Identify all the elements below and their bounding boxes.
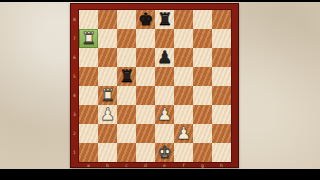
square-h2[interactable] bbox=[212, 124, 231, 143]
square-e7[interactable] bbox=[155, 29, 174, 48]
square-f6[interactable] bbox=[174, 48, 193, 67]
rank-label-2: 2 bbox=[71, 124, 78, 143]
square-b8[interactable] bbox=[98, 10, 117, 29]
square-f8[interactable] bbox=[174, 10, 193, 29]
square-d8[interactable]: ♚ bbox=[136, 10, 155, 29]
square-b7[interactable] bbox=[98, 29, 117, 48]
square-c1[interactable] bbox=[117, 143, 136, 162]
file-label-g: g bbox=[193, 162, 212, 168]
file-label-b: b bbox=[98, 162, 117, 168]
square-h1[interactable] bbox=[212, 143, 231, 162]
square-g1[interactable] bbox=[193, 143, 212, 162]
square-g4[interactable] bbox=[193, 86, 212, 105]
square-a4[interactable] bbox=[79, 86, 98, 105]
white-rook-icon[interactable]: ♜ bbox=[81, 29, 96, 48]
square-c3[interactable] bbox=[117, 105, 136, 124]
square-d3[interactable] bbox=[136, 105, 155, 124]
video-frame: ♚♜♜♟♜♜♟♟♟♚ 87654321 abcdefgh bbox=[0, 0, 320, 180]
square-f3[interactable] bbox=[174, 105, 193, 124]
square-g6[interactable] bbox=[193, 48, 212, 67]
square-a2[interactable] bbox=[79, 124, 98, 143]
white-pawn-icon[interactable]: ♟ bbox=[176, 124, 191, 143]
square-f1[interactable] bbox=[174, 143, 193, 162]
file-label-c: c bbox=[117, 162, 136, 168]
square-c4[interactable] bbox=[117, 86, 136, 105]
square-c5[interactable]: ♜ bbox=[117, 67, 136, 86]
square-a7[interactable]: ♜ bbox=[79, 29, 98, 48]
rank-label-4: 4 bbox=[71, 86, 78, 105]
square-e6[interactable]: ♟ bbox=[155, 48, 174, 67]
white-king-icon[interactable]: ♚ bbox=[157, 143, 172, 162]
file-label-d: d bbox=[136, 162, 155, 168]
square-d6[interactable] bbox=[136, 48, 155, 67]
square-a1[interactable] bbox=[79, 143, 98, 162]
square-g8[interactable] bbox=[193, 10, 212, 29]
file-label-a: a bbox=[79, 162, 98, 168]
square-a5[interactable] bbox=[79, 67, 98, 86]
letterbox-bar-bottom bbox=[0, 169, 320, 180]
rank-label-5: 5 bbox=[71, 67, 78, 86]
square-g2[interactable] bbox=[193, 124, 212, 143]
square-b4[interactable]: ♜ bbox=[98, 86, 117, 105]
square-e4[interactable] bbox=[155, 86, 174, 105]
square-d5[interactable] bbox=[136, 67, 155, 86]
square-f7[interactable] bbox=[174, 29, 193, 48]
square-h6[interactable] bbox=[212, 48, 231, 67]
square-b6[interactable] bbox=[98, 48, 117, 67]
black-rook-icon[interactable]: ♜ bbox=[119, 67, 134, 86]
square-b1[interactable] bbox=[98, 143, 117, 162]
square-h5[interactable] bbox=[212, 67, 231, 86]
square-a6[interactable] bbox=[79, 48, 98, 67]
board-squares-grid: ♚♜♜♟♜♜♟♟♟♚ bbox=[79, 10, 231, 162]
black-pawn-icon[interactable]: ♟ bbox=[157, 48, 172, 67]
black-king-icon[interactable]: ♚ bbox=[138, 10, 153, 29]
square-c7[interactable] bbox=[117, 29, 136, 48]
square-e5[interactable] bbox=[155, 67, 174, 86]
square-f2[interactable]: ♟ bbox=[174, 124, 193, 143]
square-a8[interactable] bbox=[79, 10, 98, 29]
square-d1[interactable] bbox=[136, 143, 155, 162]
square-e1[interactable]: ♚ bbox=[155, 143, 174, 162]
square-g3[interactable] bbox=[193, 105, 212, 124]
square-h8[interactable] bbox=[212, 10, 231, 29]
square-c6[interactable] bbox=[117, 48, 136, 67]
letterbox-bar-top bbox=[0, 0, 320, 2]
square-b5[interactable] bbox=[98, 67, 117, 86]
square-e8[interactable]: ♜ bbox=[155, 10, 174, 29]
square-b3[interactable]: ♟ bbox=[98, 105, 117, 124]
square-h7[interactable] bbox=[212, 29, 231, 48]
rank-label-6: 6 bbox=[71, 48, 78, 67]
file-label-e: e bbox=[155, 162, 174, 168]
square-g7[interactable] bbox=[193, 29, 212, 48]
chess-board[interactable]: ♚♜♜♟♜♜♟♟♟♚ 87654321 abcdefgh bbox=[70, 3, 239, 168]
rank-label-7: 7 bbox=[71, 29, 78, 48]
square-e2[interactable] bbox=[155, 124, 174, 143]
square-c8[interactable] bbox=[117, 10, 136, 29]
white-rook-icon[interactable]: ♜ bbox=[100, 86, 115, 105]
rank-label-3: 3 bbox=[71, 105, 78, 124]
square-d4[interactable] bbox=[136, 86, 155, 105]
white-pawn-icon[interactable]: ♟ bbox=[100, 105, 115, 124]
file-label-f: f bbox=[174, 162, 193, 168]
square-e3[interactable]: ♟ bbox=[155, 105, 174, 124]
file-label-h: h bbox=[212, 162, 231, 168]
white-pawn-icon[interactable]: ♟ bbox=[157, 105, 172, 124]
square-c2[interactable] bbox=[117, 124, 136, 143]
square-h3[interactable] bbox=[212, 105, 231, 124]
rank-label-8: 8 bbox=[71, 10, 78, 29]
square-g5[interactable] bbox=[193, 67, 212, 86]
black-rook-icon[interactable]: ♜ bbox=[157, 10, 172, 29]
square-a3[interactable] bbox=[79, 105, 98, 124]
square-b2[interactable] bbox=[98, 124, 117, 143]
rank-label-1: 1 bbox=[71, 143, 78, 162]
square-d2[interactable] bbox=[136, 124, 155, 143]
square-h4[interactable] bbox=[212, 86, 231, 105]
square-f5[interactable] bbox=[174, 67, 193, 86]
square-d7[interactable] bbox=[136, 29, 155, 48]
square-f4[interactable] bbox=[174, 86, 193, 105]
